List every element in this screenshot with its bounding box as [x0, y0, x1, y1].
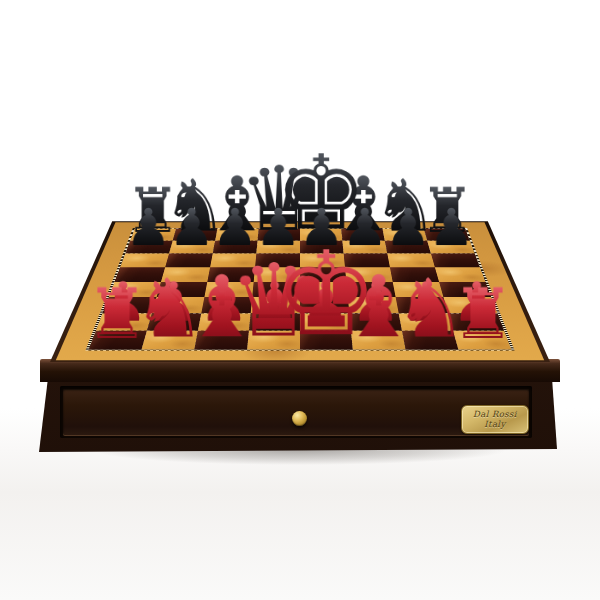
lid-edge-banding: ♜♞♝♛♚♝♞♜♟♟♟♟♟♟♟♟♟♟♟♟♟♟♟♟♜♞♝♛♚♝♞♜ [50, 221, 550, 362]
piece-black-pawn[interactable]: ♟ [385, 206, 431, 249]
plaque-country-text: Italy [484, 420, 505, 430]
square-h7[interactable]: ♟ [427, 241, 474, 254]
piece-red-rook[interactable]: ♜ [86, 285, 148, 344]
square-b7[interactable]: ♟ [169, 241, 215, 254]
drawer-front-panel: Dal Rossi Italy [63, 389, 529, 436]
lid-front-edge [40, 359, 560, 382]
square-a7[interactable]: ♟ [125, 241, 172, 254]
square-e1[interactable]: ♚ [300, 331, 353, 350]
board-lid: ♜♞♝♛♚♝♞♜♟♟♟♟♟♟♟♟♟♟♟♟♟♟♟♟♜♞♝♛♚♝♞♜ [50, 221, 550, 362]
square-g7[interactable]: ♟ [385, 241, 431, 254]
brass-plaque: Dal Rossi Italy [461, 405, 529, 434]
square-h1[interactable]: ♜ [453, 331, 511, 350]
dotted-inlay-border: ♜♞♝♛♚♝♞♜♟♟♟♟♟♟♟♟♟♟♟♟♟♟♟♟♜♞♝♛♚♝♞♜ [85, 228, 514, 351]
piece-black-pawn[interactable]: ♟ [169, 206, 215, 249]
chess-board: ♜♞♝♛♚♝♞♜♟♟♟♟♟♟♟♟♟♟♟♟♟♟♟♟♜♞♝♛♚♝♞♜ [89, 229, 511, 350]
storage-drawer: Dal Rossi Italy [60, 386, 532, 438]
piece-red-king[interactable]: ♚ [274, 245, 378, 344]
square-a1[interactable]: ♜ [89, 331, 147, 350]
chess-set-photo: Dal Rossi Italy ♜♞♝♛♚♝♞♜♟♟♟♟♟♟♟♟♟♟♟♟♟♟♟♟… [0, 0, 600, 600]
piece-red-rook[interactable]: ♜ [452, 285, 514, 344]
square-c1[interactable]: ♝ [194, 331, 249, 350]
piece-black-pawn[interactable]: ♟ [126, 206, 172, 249]
drawer-knob[interactable] [292, 411, 307, 426]
board-frame: ♜♞♝♛♚♝♞♜♟♟♟♟♟♟♟♟♟♟♟♟♟♟♟♟♜♞♝♛♚♝♞♜ [56, 222, 544, 360]
piece-red-bishop[interactable]: ♝ [183, 271, 259, 343]
piece-black-pawn[interactable]: ♟ [429, 206, 475, 249]
